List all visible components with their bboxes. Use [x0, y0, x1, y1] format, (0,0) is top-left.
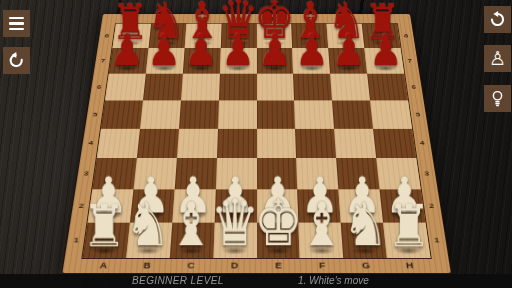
square-f4[interactable] [295, 128, 336, 158]
square-b4[interactable] [136, 128, 178, 158]
file-labels-bottom: ABCDEFGH [80, 257, 432, 272]
chess-board: ABCDEFGH ABCDEFGH 87654321 87654321 ♜♞♝♛… [62, 14, 450, 273]
square-e7[interactable]: ♟ [256, 48, 293, 73]
piece-style-button[interactable]: ♙ [484, 45, 511, 72]
square-e5[interactable] [256, 100, 295, 128]
board-scene: ABCDEFGH ABCDEFGH 87654321 87654321 ♜♞♝♛… [0, 0, 512, 288]
square-h4[interactable] [373, 128, 416, 158]
piece-white-bishop[interactable]: ♝ [298, 194, 344, 254]
menu-button[interactable] [3, 10, 30, 37]
file-label: A [80, 257, 126, 272]
square-h7[interactable]: ♟ [364, 48, 404, 73]
menu-icon [9, 17, 24, 31]
file-label: G [343, 257, 388, 272]
square-b6[interactable] [142, 73, 182, 100]
square-d4[interactable] [216, 128, 256, 158]
square-d6[interactable] [218, 73, 256, 100]
pawn-icon: ♙ [489, 49, 506, 68]
square-f6[interactable] [293, 73, 332, 100]
square-c1[interactable]: ♝ [169, 222, 214, 257]
square-e6[interactable] [256, 73, 294, 100]
square-f7[interactable]: ♟ [292, 48, 330, 73]
square-a5[interactable] [101, 100, 143, 128]
square-a4[interactable] [96, 128, 139, 158]
file-label: H [386, 257, 432, 272]
square-d7[interactable]: ♟ [219, 48, 256, 73]
status-bar: BEGINNER LEVEL 1. White's move [0, 274, 512, 288]
square-g7[interactable]: ♟ [328, 48, 367, 73]
piece-white-knight[interactable]: ♞ [125, 194, 171, 254]
file-label: F [299, 257, 344, 272]
piece-white-knight[interactable]: ♞ [342, 194, 388, 254]
square-f1[interactable]: ♝ [298, 222, 343, 257]
file-label: C [168, 257, 213, 272]
square-h6[interactable] [367, 73, 408, 100]
square-g4[interactable] [334, 128, 376, 158]
piece-white-bishop[interactable]: ♝ [168, 194, 214, 254]
square-g1[interactable]: ♞ [340, 222, 386, 257]
piece-red-pawn[interactable]: ♟ [368, 27, 401, 71]
square-d1[interactable]: ♛ [213, 222, 256, 257]
square-b1[interactable]: ♞ [126, 222, 172, 257]
square-c6[interactable] [180, 73, 219, 100]
piece-red-pawn[interactable]: ♟ [147, 27, 180, 71]
lightbulb-icon [488, 89, 507, 108]
level-label: BEGINNER LEVEL [132, 275, 224, 286]
square-g5[interactable] [332, 100, 373, 128]
undo-arrow-icon [488, 10, 507, 29]
flip-board-button[interactable] [3, 47, 30, 74]
piece-red-pawn[interactable]: ♟ [331, 27, 364, 71]
piece-white-queen[interactable]: ♛ [210, 190, 259, 255]
square-g6[interactable] [330, 73, 370, 100]
file-label: E [256, 257, 300, 272]
piece-red-pawn[interactable]: ♟ [110, 27, 143, 71]
square-h1[interactable]: ♜ [383, 222, 430, 257]
board-grid: ♜♞♝♛♚♝♞♜♟♟♟♟♟♟♟♟♟♟♟♟♟♟♟♟♜♞♝♛♚♝♞♜ [82, 23, 430, 257]
square-b7[interactable]: ♟ [145, 48, 184, 73]
square-c4[interactable] [176, 128, 217, 158]
square-b5[interactable] [139, 100, 180, 128]
move-indicator: 1. White's move [298, 275, 369, 286]
piece-red-pawn[interactable]: ♟ [258, 27, 291, 71]
square-d5[interactable] [217, 100, 256, 128]
square-f5[interactable] [294, 100, 334, 128]
piece-red-pawn[interactable]: ♟ [184, 27, 217, 71]
square-c7[interactable]: ♟ [182, 48, 220, 73]
square-e1[interactable]: ♚ [256, 222, 299, 257]
square-a1[interactable]: ♜ [82, 222, 129, 257]
piece-white-rook[interactable]: ♜ [82, 197, 126, 255]
file-label: B [124, 257, 169, 272]
square-a6[interactable] [105, 73, 146, 100]
file-label: D [212, 257, 256, 272]
chess-app-screen: ABCDEFGH ABCDEFGH 87654321 87654321 ♜♞♝♛… [0, 0, 512, 288]
square-e4[interactable] [256, 128, 296, 158]
piece-red-pawn[interactable]: ♟ [295, 27, 328, 71]
square-a7[interactable]: ♟ [108, 48, 148, 73]
hint-button[interactable] [484, 85, 511, 112]
rotate-icon [7, 51, 26, 70]
piece-red-pawn[interactable]: ♟ [221, 27, 254, 71]
piece-white-king[interactable]: ♚ [253, 190, 302, 255]
square-c5[interactable] [178, 100, 218, 128]
piece-white-rook[interactable]: ♜ [386, 197, 430, 255]
square-h5[interactable] [370, 100, 412, 128]
undo-button[interactable] [484, 6, 511, 33]
